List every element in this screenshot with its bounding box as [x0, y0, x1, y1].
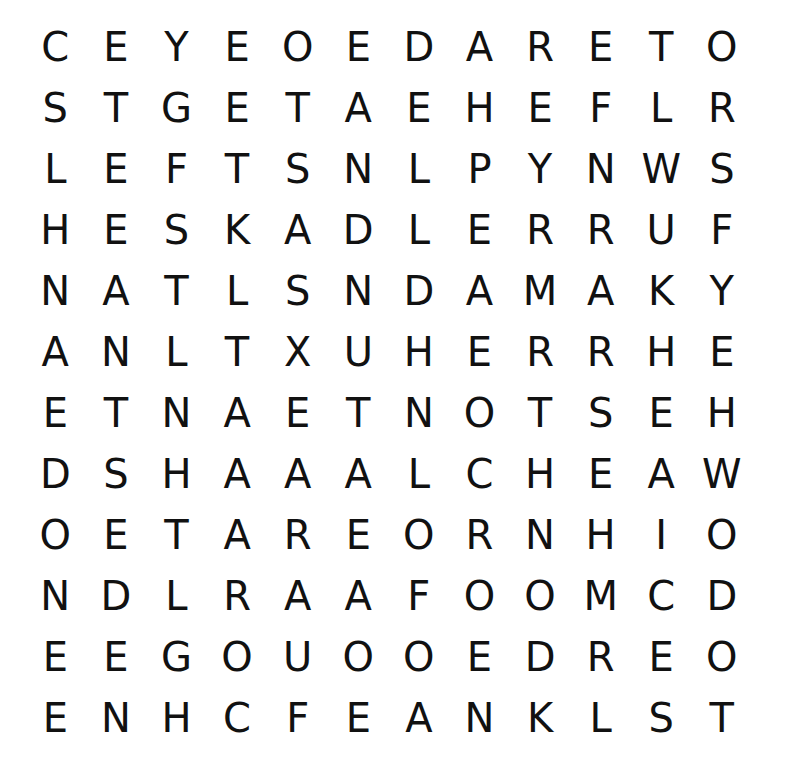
letter-cell[interactable]: P: [449, 138, 510, 199]
letter-cell[interactable]: O: [328, 626, 389, 687]
letter-cell[interactable]: T: [146, 260, 207, 321]
letter-cell[interactable]: G: [146, 626, 207, 687]
letter-cell[interactable]: H: [631, 321, 692, 382]
letter-cell[interactable]: O: [510, 565, 571, 626]
letter-cell[interactable]: F: [570, 77, 631, 138]
letter-cell[interactable]: A: [570, 260, 631, 321]
letter-cell[interactable]: E: [692, 321, 753, 382]
letter-cell[interactable]: S: [86, 443, 147, 504]
letter-cell[interactable]: A: [267, 565, 328, 626]
letter-cell[interactable]: H: [146, 687, 207, 748]
word-search-board: CEYEOEDARETOSTGETAEHEFLRLEFTSNLPYNWSHESK…: [25, 16, 752, 748]
letter-cell[interactable]: A: [631, 443, 692, 504]
letter-cell[interactable]: R: [207, 565, 268, 626]
letter-cell[interactable]: E: [86, 199, 147, 260]
letter-cell[interactable]: H: [510, 443, 571, 504]
letter-cell[interactable]: N: [328, 138, 389, 199]
letter-cell[interactable]: D: [389, 16, 450, 77]
letter-cell[interactable]: F: [389, 565, 450, 626]
letter-cell[interactable]: R: [510, 321, 571, 382]
letter-cell[interactable]: R: [570, 199, 631, 260]
letter-cell[interactable]: L: [389, 138, 450, 199]
letter-cell[interactable]: L: [207, 260, 268, 321]
letter-cell[interactable]: D: [692, 565, 753, 626]
letter-cell[interactable]: N: [25, 260, 86, 321]
letter-cell[interactable]: A: [328, 565, 389, 626]
letter-cell[interactable]: E: [449, 626, 510, 687]
letter-cell[interactable]: O: [267, 16, 328, 77]
letter-cell[interactable]: R: [570, 321, 631, 382]
letter-cell[interactable]: S: [267, 138, 328, 199]
letter-cell[interactable]: E: [328, 687, 389, 748]
letter-cell[interactable]: O: [207, 626, 268, 687]
letter-cell[interactable]: T: [631, 16, 692, 77]
letter-cell[interactable]: H: [389, 321, 450, 382]
letter-cell[interactable]: H: [146, 443, 207, 504]
letter-cell[interactable]: E: [328, 16, 389, 77]
letter-cell[interactable]: W: [631, 138, 692, 199]
letter-cell[interactable]: A: [449, 16, 510, 77]
letter-cell[interactable]: L: [146, 565, 207, 626]
letter-cell[interactable]: C: [449, 443, 510, 504]
letter-cell[interactable]: L: [25, 138, 86, 199]
letter-cell[interactable]: E: [570, 443, 631, 504]
letter-cell[interactable]: H: [25, 199, 86, 260]
letter-cell[interactable]: T: [510, 382, 571, 443]
letter-cell[interactable]: K: [631, 260, 692, 321]
letter-cell[interactable]: L: [570, 687, 631, 748]
letter-cell[interactable]: E: [86, 504, 147, 565]
letter-cell[interactable]: N: [86, 687, 147, 748]
letter-cell[interactable]: N: [510, 504, 571, 565]
letter-cell[interactable]: E: [389, 77, 450, 138]
letter-cell[interactable]: F: [146, 138, 207, 199]
letter-cell[interactable]: R: [510, 199, 571, 260]
letter-cell[interactable]: R: [267, 504, 328, 565]
letter-cell[interactable]: N: [25, 565, 86, 626]
letter-cell[interactable]: E: [328, 504, 389, 565]
letter-cell[interactable]: K: [510, 687, 571, 748]
letter-cell[interactable]: O: [692, 504, 753, 565]
letter-cell[interactable]: H: [449, 77, 510, 138]
letter-cell[interactable]: O: [692, 16, 753, 77]
letter-cell[interactable]: E: [86, 138, 147, 199]
letter-cell[interactable]: D: [510, 626, 571, 687]
letter-cell[interactable]: T: [692, 687, 753, 748]
letter-cell[interactable]: R: [449, 504, 510, 565]
letter-cell[interactable]: F: [267, 687, 328, 748]
letter-cell[interactable]: L: [631, 77, 692, 138]
letter-cell[interactable]: S: [692, 138, 753, 199]
letter-cell[interactable]: Y: [146, 16, 207, 77]
letter-cell[interactable]: H: [692, 382, 753, 443]
letter-cell[interactable]: M: [570, 565, 631, 626]
letter-cell[interactable]: E: [25, 626, 86, 687]
letter-cell[interactable]: E: [510, 77, 571, 138]
letter-cell[interactable]: S: [267, 260, 328, 321]
letter-cell[interactable]: A: [25, 321, 86, 382]
letter-cell[interactable]: A: [328, 443, 389, 504]
letter-cell[interactable]: E: [207, 16, 268, 77]
letter-cell[interactable]: E: [631, 626, 692, 687]
letter-cell[interactable]: E: [631, 382, 692, 443]
letter-cell[interactable]: E: [570, 16, 631, 77]
letter-cell[interactable]: R: [510, 16, 571, 77]
letter-cell[interactable]: A: [207, 382, 268, 443]
letter-cell[interactable]: Y: [692, 260, 753, 321]
letter-cell[interactable]: T: [86, 382, 147, 443]
letter-cell[interactable]: O: [449, 382, 510, 443]
letter-cell[interactable]: A: [449, 260, 510, 321]
letter-cell[interactable]: C: [631, 565, 692, 626]
letter-cell[interactable]: Y: [510, 138, 571, 199]
letter-cell[interactable]: N: [389, 382, 450, 443]
letter-cell[interactable]: M: [510, 260, 571, 321]
letter-cell[interactable]: S: [146, 199, 207, 260]
letter-cell[interactable]: A: [267, 443, 328, 504]
letter-cell[interactable]: O: [25, 504, 86, 565]
letter-cell[interactable]: H: [570, 504, 631, 565]
letter-cell[interactable]: K: [207, 199, 268, 260]
letter-cell[interactable]: X: [267, 321, 328, 382]
letter-cell[interactable]: U: [631, 199, 692, 260]
letter-cell[interactable]: L: [389, 199, 450, 260]
letter-cell[interactable]: L: [146, 321, 207, 382]
letter-cell[interactable]: U: [328, 321, 389, 382]
letter-cell[interactable]: D: [328, 199, 389, 260]
letter-cell[interactable]: E: [449, 321, 510, 382]
letter-cell[interactable]: G: [146, 77, 207, 138]
letter-cell[interactable]: E: [25, 687, 86, 748]
letter-cell[interactable]: A: [267, 199, 328, 260]
letter-cell[interactable]: E: [207, 77, 268, 138]
letter-cell[interactable]: S: [631, 687, 692, 748]
letter-cell[interactable]: R: [692, 77, 753, 138]
letter-cell[interactable]: A: [86, 260, 147, 321]
letter-cell[interactable]: E: [86, 16, 147, 77]
letter-cell[interactable]: T: [146, 504, 207, 565]
letter-cell[interactable]: D: [86, 565, 147, 626]
letter-cell[interactable]: A: [389, 687, 450, 748]
letter-cell[interactable]: E: [25, 382, 86, 443]
letter-cell[interactable]: A: [207, 504, 268, 565]
letter-cell[interactable]: O: [389, 504, 450, 565]
letter-cell[interactable]: N: [570, 138, 631, 199]
letter-cell[interactable]: O: [449, 565, 510, 626]
letter-cell[interactable]: C: [207, 687, 268, 748]
letter-cell[interactable]: R: [570, 626, 631, 687]
letter-cell[interactable]: E: [267, 382, 328, 443]
letter-cell[interactable]: E: [449, 199, 510, 260]
letter-cell[interactable]: O: [389, 626, 450, 687]
letter-cell[interactable]: N: [449, 687, 510, 748]
letter-cell[interactable]: C: [25, 16, 86, 77]
letter-cell[interactable]: I: [631, 504, 692, 565]
letter-cell[interactable]: D: [25, 443, 86, 504]
letter-cell[interactable]: A: [328, 77, 389, 138]
letter-cell[interactable]: T: [207, 321, 268, 382]
letter-cell[interactable]: A: [207, 443, 268, 504]
letter-cell[interactable]: T: [86, 77, 147, 138]
letter-cell[interactable]: S: [570, 382, 631, 443]
letter-cell[interactable]: W: [692, 443, 753, 504]
letter-cell[interactable]: O: [692, 626, 753, 687]
letter-cell[interactable]: N: [86, 321, 147, 382]
letter-cell[interactable]: L: [389, 443, 450, 504]
letter-cell[interactable]: N: [146, 382, 207, 443]
letter-cell[interactable]: N: [328, 260, 389, 321]
letter-cell[interactable]: F: [692, 199, 753, 260]
letter-cell[interactable]: D: [389, 260, 450, 321]
letter-cell[interactable]: T: [328, 382, 389, 443]
letter-cell[interactable]: T: [207, 138, 268, 199]
letter-cell[interactable]: T: [267, 77, 328, 138]
letter-cell[interactable]: S: [25, 77, 86, 138]
letter-cell[interactable]: U: [267, 626, 328, 687]
letter-cell[interactable]: E: [86, 626, 147, 687]
